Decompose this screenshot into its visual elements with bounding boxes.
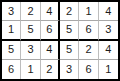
grid-cell-r4c1: 6: [2, 60, 21, 79]
cell-digit: 1: [85, 6, 91, 17]
grid-cell-r1c2: 2: [21, 2, 40, 21]
grid-cell-r3c4: 5: [60, 41, 79, 60]
cell-digit: 6: [46, 24, 52, 35]
cell-digit: 2: [27, 6, 33, 17]
cell-digit: 5: [27, 24, 33, 35]
grid-cell-r1c5: 1: [79, 2, 98, 21]
cell-digit: 1: [105, 64, 111, 75]
grid-cell-r4c3: 2: [41, 60, 60, 79]
grid-cell-r2c5: 6: [79, 21, 98, 40]
cell-digit: 1: [8, 24, 14, 35]
cell-digit: 2: [85, 44, 91, 55]
cell-digit: 6: [85, 24, 91, 35]
grid-cell-r3c5: 2: [79, 41, 98, 60]
cell-digit: 5: [66, 44, 72, 55]
grid-cell-r1c4: 2: [60, 2, 79, 21]
cell-digit: 5: [66, 24, 72, 35]
cell-digit: 3: [27, 44, 33, 55]
puzzle-board: 324214156563534524612361: [0, 0, 120, 81]
cell-digit: 3: [105, 24, 111, 35]
cell-digit: 3: [8, 6, 14, 17]
grid-cell-r3c1: 5: [2, 41, 21, 60]
grid-cell-r2c6: 3: [99, 21, 118, 40]
grid-cell-r1c3: 4: [41, 2, 60, 21]
cell-digit: 2: [66, 6, 72, 17]
grid-cell-r4c6: 1: [99, 60, 118, 79]
cell-digit: 3: [66, 64, 72, 75]
grid-cell-r4c2: 1: [21, 60, 40, 79]
grid-cell-r2c4: 5: [60, 21, 79, 40]
grid-cell-r1c6: 4: [99, 2, 118, 21]
grid-cell-r3c2: 3: [21, 41, 40, 60]
cell-digit: 1: [27, 64, 33, 75]
grid-cell-r2c2: 5: [21, 21, 40, 40]
grid-cell-r3c6: 4: [99, 41, 118, 60]
cell-digit: 2: [46, 64, 52, 75]
cell-digit: 4: [46, 44, 52, 55]
cell-digit: 6: [85, 64, 91, 75]
grid-cell-r3c3: 4: [41, 41, 60, 60]
grid-cell-r4c4: 3: [60, 60, 79, 79]
cell-digit: 5: [8, 44, 14, 55]
grid-cell-r2c3: 6: [41, 21, 60, 40]
cell-digit: 4: [46, 6, 52, 17]
cell-digit: 4: [105, 44, 111, 55]
grid-cell-r2c1: 1: [2, 21, 21, 40]
grid-cell-r1c1: 3: [2, 2, 21, 21]
cell-digit: 4: [105, 6, 111, 17]
cell-digit: 6: [8, 64, 14, 75]
grid-cell-r4c5: 6: [79, 60, 98, 79]
